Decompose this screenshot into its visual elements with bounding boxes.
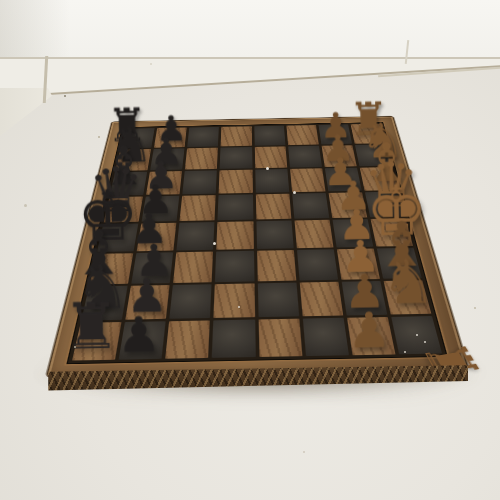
square-c3r8[interactable] [165, 320, 210, 358]
square-c5r8[interactable] [258, 319, 302, 357]
square-c6r7[interactable] [299, 282, 343, 316]
dust-speck [303, 451, 305, 453]
square-c4r5[interactable] [217, 221, 254, 249]
square-c4r1[interactable] [221, 126, 252, 146]
square-c3r6[interactable] [173, 252, 213, 283]
square-c6r6[interactable] [297, 249, 338, 280]
square-c3r7[interactable] [170, 284, 212, 319]
square-c6r8[interactable] [302, 318, 348, 356]
square-c5r1[interactable] [254, 126, 285, 146]
dust-speck [416, 334, 418, 336]
square-c3r4[interactable] [180, 195, 216, 221]
square-c4r3[interactable] [219, 170, 253, 194]
dust-speck [213, 242, 216, 245]
board-tilt-wrapper: ♜♟♟♜♞♟♟♞♝♟♟♝♛♟♟♛♚♟♟♚♝♟♟♝♞♟♟♞♜♟♟♜ [0, 0, 500, 500]
square-c6r5[interactable] [294, 220, 333, 248]
square-c4r7[interactable] [214, 283, 255, 318]
board-grid: ♜♟♟♜♞♟♟♞♝♟♟♝♛♟♟♛♚♟♟♚♝♟♟♝♞♟♟♞♜♟♟♜ [72, 124, 442, 361]
dust-speck [474, 307, 476, 309]
dust-speck [150, 63, 152, 65]
board-frame: ♜♟♟♜♞♟♟♞♝♟♟♝♛♟♟♛♚♟♟♚♝♟♟♝♞♟♟♞♜♟♟♜ [47, 117, 467, 376]
square-c5r7[interactable] [257, 283, 298, 318]
black-pawn[interactable]: ♟ [116, 310, 161, 360]
dust-speck [24, 204, 27, 207]
square-c6r3[interactable] [290, 168, 325, 192]
black-rook[interactable]: ♜ [62, 294, 120, 359]
white-pawn[interactable]: ♟ [347, 305, 392, 355]
square-c3r5[interactable] [177, 222, 215, 250]
square-c4r4[interactable] [218, 194, 253, 220]
dust-speck [266, 167, 269, 170]
square-c4r2[interactable] [220, 147, 252, 169]
dust-speck [64, 95, 66, 97]
square-c6r4[interactable] [292, 193, 329, 219]
square-c5r5[interactable] [256, 221, 293, 249]
dust-speck [293, 191, 296, 194]
square-c5r4[interactable] [255, 194, 291, 220]
chessboard: ♜♟♟♜♞♟♟♞♝♟♟♝♛♟♟♛♚♟♟♚♝♟♟♝♞♟♟♞♜♟♟♜ [47, 117, 467, 376]
square-c5r2[interactable] [254, 146, 287, 168]
dust-speck [424, 341, 426, 343]
photo-scene: ♜♟♟♜♞♟♟♞♝♟♟♝♛♟♟♛♚♟♟♚♝♟♟♝♞♟♟♞♜♟♟♜ [0, 0, 500, 500]
square-c4r8[interactable] [212, 320, 255, 358]
square-c2r8[interactable]: ♟ [119, 321, 166, 360]
square-c3r3[interactable] [183, 170, 218, 194]
dust-speck [74, 346, 76, 348]
square-c5r3[interactable] [255, 169, 289, 193]
dust-speck [404, 351, 406, 353]
square-c1r8[interactable]: ♜ [72, 322, 121, 361]
dust-speck [98, 136, 100, 138]
square-c7r8[interactable]: ♟ [347, 317, 396, 355]
dust-speck [238, 306, 240, 308]
square-c3r1[interactable] [187, 127, 219, 147]
square-c6r2[interactable] [288, 146, 322, 168]
square-c3r2[interactable] [185, 148, 218, 170]
square-c6r1[interactable] [286, 125, 318, 145]
